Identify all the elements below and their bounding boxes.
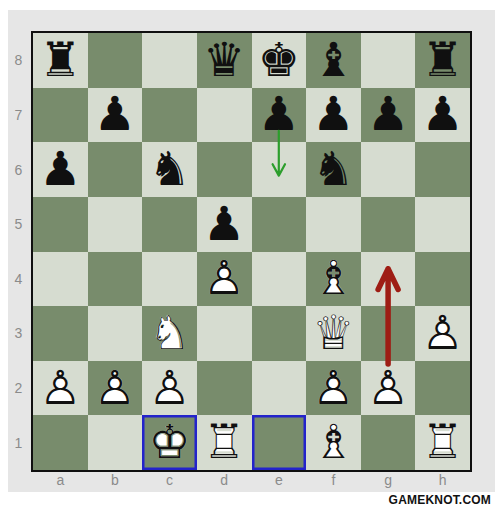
square-g7[interactable]: ♟ [361, 88, 416, 143]
file-label-a: a [33, 470, 88, 490]
piece-black-pawn[interactable]: ♟ [197, 197, 252, 252]
piece-outline: ♗ [306, 414, 361, 469]
piece-white-pawn[interactable]: ♟♙ [306, 361, 361, 416]
rank-labels: 87654321 [8, 33, 29, 470]
piece-white-pawn[interactable]: ♟♙ [197, 252, 252, 307]
rank-label-8: 8 [8, 33, 29, 88]
square-b3[interactable] [88, 306, 143, 361]
square-f8[interactable]: ♝ [306, 33, 361, 88]
piece-black-knight[interactable]: ♞ [142, 142, 197, 197]
file-label-c: c [142, 470, 197, 490]
piece-black-knight[interactable]: ♞ [306, 142, 361, 197]
square-d7[interactable] [197, 88, 252, 143]
piece-glyph: ♜ [415, 32, 470, 87]
piece-glyph: ♟ [415, 87, 470, 142]
square-b7[interactable]: ♟ [88, 88, 143, 143]
square-e4[interactable] [252, 252, 307, 307]
piece-outline: ♘ [142, 305, 197, 360]
file-label-b: b [88, 470, 143, 490]
piece-black-pawn[interactable]: ♟ [33, 142, 88, 197]
square-f1[interactable]: ♝♗ [306, 415, 361, 470]
piece-glyph: ♟ [88, 87, 143, 142]
square-e8[interactable]: ♚ [252, 33, 307, 88]
page: 87654321 abcdefgh ♜♛♚♝♜♟♟♟♟♟♟♞♞♟♟♙♝♗♞♘♛♕… [0, 0, 502, 510]
square-c1[interactable]: ♚♔ [142, 415, 197, 470]
piece-black-king[interactable]: ♚ [252, 33, 307, 88]
square-b4[interactable] [88, 252, 143, 307]
piece-white-rook[interactable]: ♜♖ [197, 415, 252, 470]
square-d4[interactable]: ♟♙ [197, 252, 252, 307]
square-f3[interactable]: ♛♕ [306, 306, 361, 361]
piece-white-bishop[interactable]: ♝♗ [306, 415, 361, 470]
square-h3[interactable]: ♟♙ [415, 306, 470, 361]
square-d3[interactable] [197, 306, 252, 361]
square-d6[interactable] [197, 142, 252, 197]
square-d2[interactable] [197, 361, 252, 416]
piece-glyph: ♛ [197, 32, 252, 87]
piece-outline: ♔ [142, 414, 197, 469]
rank-label-1: 1 [8, 415, 29, 470]
square-d8[interactable]: ♛ [197, 33, 252, 88]
piece-black-pawn[interactable]: ♟ [88, 88, 143, 143]
square-f7[interactable]: ♟ [306, 88, 361, 143]
square-a8[interactable]: ♜ [33, 33, 88, 88]
piece-black-rook[interactable]: ♜ [33, 33, 88, 88]
piece-glyph: ♜ [33, 32, 88, 87]
piece-black-pawn[interactable]: ♟ [252, 88, 307, 143]
piece-outline: ♗ [306, 251, 361, 306]
piece-outline: ♙ [361, 360, 416, 415]
square-e6[interactable] [252, 142, 307, 197]
square-g2[interactable]: ♟♙ [361, 361, 416, 416]
file-label-e: e [252, 470, 307, 490]
chess-board: ♜♛♚♝♜♟♟♟♟♟♟♞♞♟♟♙♝♗♞♘♛♕♟♙♟♙♟♙♟♙♟♙♟♙♚♔♜♖♝♗… [31, 31, 472, 472]
square-a5[interactable] [33, 197, 88, 252]
watermark: GAMEKNOT.COM [389, 493, 491, 507]
square-e3[interactable] [252, 306, 307, 361]
piece-white-pawn[interactable]: ♟♙ [415, 306, 470, 361]
square-d5[interactable]: ♟ [197, 197, 252, 252]
piece-outline: ♙ [197, 251, 252, 306]
piece-black-rook[interactable]: ♜ [415, 33, 470, 88]
square-b5[interactable] [88, 197, 143, 252]
piece-white-king[interactable]: ♚♔ [142, 415, 197, 470]
piece-white-pawn[interactable]: ♟♙ [361, 361, 416, 416]
rank-label-5: 5 [8, 197, 29, 252]
square-c6[interactable]: ♞ [142, 142, 197, 197]
square-h4[interactable] [415, 252, 470, 307]
piece-white-bishop[interactable]: ♝♗ [306, 252, 361, 307]
piece-black-pawn[interactable]: ♟ [415, 88, 470, 143]
rank-label-2: 2 [8, 361, 29, 416]
piece-black-queen[interactable]: ♛ [197, 33, 252, 88]
piece-black-pawn[interactable]: ♟ [306, 88, 361, 143]
piece-glyph: ♟ [197, 196, 252, 251]
piece-white-queen[interactable]: ♛♕ [306, 306, 361, 361]
rank-label-3: 3 [8, 306, 29, 361]
square-b8[interactable] [88, 33, 143, 88]
square-h8[interactable]: ♜ [415, 33, 470, 88]
square-f5[interactable] [306, 197, 361, 252]
file-label-g: g [361, 470, 416, 490]
square-h7[interactable]: ♟ [415, 88, 470, 143]
piece-glyph: ♞ [142, 141, 197, 196]
square-a2[interactable]: ♟♙ [33, 361, 88, 416]
square-f6[interactable]: ♞ [306, 142, 361, 197]
rank-label-4: 4 [8, 252, 29, 307]
square-h5[interactable] [415, 197, 470, 252]
square-c7[interactable] [142, 88, 197, 143]
rank-label-7: 7 [8, 88, 29, 143]
piece-glyph: ♟ [33, 141, 88, 196]
piece-outline: ♙ [306, 360, 361, 415]
square-h6[interactable] [415, 142, 470, 197]
piece-glyph: ♟ [252, 87, 307, 142]
file-labels: abcdefgh [33, 470, 470, 490]
square-e1[interactable] [252, 415, 307, 470]
square-c8[interactable] [142, 33, 197, 88]
piece-glyph: ♝ [306, 32, 361, 87]
square-a4[interactable] [33, 252, 88, 307]
piece-glyph: ♟ [361, 87, 416, 142]
square-g1[interactable] [361, 415, 416, 470]
square-h1[interactable]: ♜♖ [415, 415, 470, 470]
piece-white-rook[interactable]: ♜♖ [415, 415, 470, 470]
piece-outline: ♕ [306, 305, 361, 360]
piece-glyph: ♚ [252, 32, 307, 87]
square-d1[interactable]: ♜♖ [197, 415, 252, 470]
square-g3[interactable] [361, 306, 416, 361]
square-a1[interactable] [33, 415, 88, 470]
file-label-f: f [306, 470, 361, 490]
square-f2[interactable]: ♟♙ [306, 361, 361, 416]
square-b1[interactable] [88, 415, 143, 470]
square-c3[interactable]: ♞♘ [142, 306, 197, 361]
square-c4[interactable] [142, 252, 197, 307]
square-e5[interactable] [252, 197, 307, 252]
square-c5[interactable] [142, 197, 197, 252]
piece-outline: ♖ [415, 414, 470, 469]
square-a6[interactable]: ♟ [33, 142, 88, 197]
piece-outline: ♙ [142, 360, 197, 415]
square-e2[interactable] [252, 361, 307, 416]
piece-outline: ♙ [415, 305, 470, 360]
square-c2[interactable]: ♟♙ [142, 361, 197, 416]
piece-black-bishop[interactable]: ♝ [306, 33, 361, 88]
piece-white-knight[interactable]: ♞♘ [142, 306, 197, 361]
square-g5[interactable] [361, 197, 416, 252]
piece-glyph: ♟ [306, 87, 361, 142]
square-h2[interactable] [415, 361, 470, 416]
piece-outline: ♙ [88, 360, 143, 415]
square-g8[interactable] [361, 33, 416, 88]
piece-white-pawn[interactable]: ♟♙ [88, 361, 143, 416]
square-b2[interactable]: ♟♙ [88, 361, 143, 416]
square-g6[interactable] [361, 142, 416, 197]
square-a3[interactable] [33, 306, 88, 361]
square-e7[interactable]: ♟ [252, 88, 307, 143]
piece-black-pawn[interactable]: ♟ [361, 88, 416, 143]
piece-outline: ♖ [197, 414, 252, 469]
piece-glyph: ♞ [306, 141, 361, 196]
square-b6[interactable] [88, 142, 143, 197]
square-f4[interactable]: ♝♗ [306, 252, 361, 307]
piece-white-pawn[interactable]: ♟♙ [33, 361, 88, 416]
piece-white-pawn[interactable]: ♟♙ [142, 361, 197, 416]
square-g4[interactable] [361, 252, 416, 307]
square-a7[interactable] [33, 88, 88, 143]
file-label-h: h [415, 470, 470, 490]
piece-outline: ♙ [33, 360, 88, 415]
file-label-d: d [197, 470, 252, 490]
rank-label-6: 6 [8, 142, 29, 197]
